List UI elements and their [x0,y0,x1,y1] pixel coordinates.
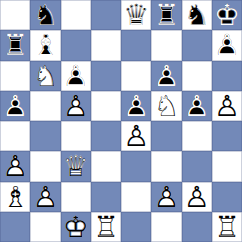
square-c1[interactable]: ♚♔ [61,212,91,242]
square-f4[interactable] [151,121,181,151]
piece-glyph-fill: ♝ [30,30,60,60]
white-pawn[interactable]: ♟♙ [0,151,30,181]
square-b3[interactable] [30,151,60,181]
piece-glyph-outline: ♕ [61,151,91,181]
square-f3[interactable] [151,151,181,181]
square-c3[interactable]: ♛♕ [61,151,91,181]
piece-glyph-outline: ♔ [61,212,91,242]
square-g5[interactable]: ♟♙ [182,91,212,121]
square-d8[interactable] [91,0,121,30]
square-c5[interactable]: ♟♙ [61,91,91,121]
piece-glyph-fill: ♞ [30,61,60,91]
white-king[interactable]: ♚♔ [61,212,91,242]
square-e1[interactable] [121,212,151,242]
square-e3[interactable] [121,151,151,181]
piece-glyph-outline: ♘ [151,91,181,121]
square-b8[interactable]: ♞♘ [30,0,60,30]
piece-glyph-fill: ♞ [30,0,60,30]
piece-glyph-fill: ♜ [212,212,242,242]
white-knight[interactable]: ♞♘ [30,61,60,91]
piece-glyph-fill: ♛ [61,151,91,181]
white-knight[interactable]: ♞♘ [151,91,181,121]
square-g8[interactable]: ♞♘ [182,0,212,30]
piece-glyph-fill: ♟ [182,182,212,212]
square-h3[interactable] [212,151,242,181]
black-king[interactable]: ♚♔ [212,0,242,30]
piece-glyph-fill: ♜ [91,212,121,242]
square-e7[interactable] [121,30,151,60]
square-a6[interactable] [0,61,30,91]
piece-glyph-fill: ♟ [0,151,30,181]
square-h6[interactable] [212,61,242,91]
piece-glyph-outline: ♙ [212,30,242,60]
square-d5[interactable] [91,91,121,121]
white-pawn[interactable]: ♟♙ [151,182,181,212]
black-queen[interactable]: ♛♕ [121,0,151,30]
piece-glyph-fill: ♟ [121,91,151,121]
black-pawn[interactable]: ♟♙ [0,91,30,121]
square-d4[interactable] [91,121,121,151]
piece-glyph-outline: ♕ [121,0,151,30]
piece-glyph-outline: ♙ [61,61,91,91]
square-h5[interactable]: ♟♙ [212,91,242,121]
piece-glyph-fill: ♟ [61,61,91,91]
chess-board: ♞♘♛♕♜♖♞♘♚♔♜♖♝♗♟♙♞♘♟♙♟♙♟♙♟♙♟♙♞♘♟♙♟♙♟♙♟♙♛♕… [0,0,242,242]
square-b7[interactable]: ♝♗ [30,30,60,60]
white-pawn[interactable]: ♟♙ [121,121,151,151]
square-g3[interactable] [182,151,212,181]
square-b4[interactable] [30,121,60,151]
square-g6[interactable] [182,61,212,91]
piece-glyph-fill: ♚ [212,0,242,30]
square-c2[interactable] [61,182,91,212]
piece-glyph-outline: ♘ [30,61,60,91]
black-pawn[interactable]: ♟♙ [121,91,151,121]
black-pawn[interactable]: ♟♙ [61,61,91,91]
piece-glyph-outline: ♙ [151,182,181,212]
white-pawn[interactable]: ♟♙ [30,182,60,212]
piece-glyph-outline: ♘ [182,0,212,30]
square-e2[interactable] [121,182,151,212]
piece-glyph-fill: ♟ [151,182,181,212]
piece-glyph-outline: ♙ [182,91,212,121]
white-bishop[interactable]: ♝♗ [0,182,30,212]
piece-glyph-fill: ♛ [121,0,151,30]
square-h8[interactable]: ♚♔ [212,0,242,30]
piece-glyph-outline: ♙ [121,121,151,151]
square-d3[interactable] [91,151,121,181]
piece-glyph-fill: ♟ [30,182,60,212]
square-g7[interactable] [182,30,212,60]
white-pawn[interactable]: ♟♙ [182,182,212,212]
piece-glyph-fill: ♟ [151,61,181,91]
square-b1[interactable] [30,212,60,242]
piece-glyph-fill: ♟ [61,91,91,121]
piece-glyph-outline: ♖ [212,212,242,242]
piece-glyph-outline: ♖ [151,0,181,30]
piece-glyph-fill: ♟ [212,91,242,121]
square-f5[interactable]: ♞♘ [151,91,181,121]
piece-glyph-outline: ♙ [0,151,30,181]
white-rook[interactable]: ♜♖ [91,212,121,242]
black-bishop[interactable]: ♝♗ [30,30,60,60]
piece-glyph-outline: ♘ [30,0,60,30]
piece-glyph-outline: ♙ [121,91,151,121]
square-a4[interactable] [0,121,30,151]
piece-glyph-fill: ♜ [0,30,30,60]
square-h2[interactable] [212,182,242,212]
square-a1[interactable] [0,212,30,242]
square-b2[interactable]: ♟♙ [30,182,60,212]
black-rook[interactable]: ♜♖ [151,0,181,30]
square-c8[interactable] [61,0,91,30]
piece-glyph-fill: ♟ [121,121,151,151]
square-c7[interactable] [61,30,91,60]
square-e8[interactable]: ♛♕ [121,0,151,30]
square-e4[interactable]: ♟♙ [121,121,151,151]
piece-glyph-fill: ♜ [151,0,181,30]
square-f1[interactable] [151,212,181,242]
square-a8[interactable] [0,0,30,30]
piece-glyph-outline: ♖ [0,30,30,60]
piece-glyph-fill: ♞ [151,91,181,121]
piece-glyph-outline: ♗ [30,30,60,60]
square-d6[interactable] [91,61,121,91]
square-a2[interactable]: ♝♗ [0,182,30,212]
piece-glyph-fill: ♚ [61,212,91,242]
square-f8[interactable]: ♜♖ [151,0,181,30]
square-f6[interactable]: ♟♙ [151,61,181,91]
square-a5[interactable]: ♟♙ [0,91,30,121]
white-pawn[interactable]: ♟♙ [61,91,91,121]
square-b5[interactable] [30,91,60,121]
square-h4[interactable] [212,121,242,151]
black-pawn[interactable]: ♟♙ [151,61,181,91]
piece-glyph-fill: ♟ [182,91,212,121]
piece-glyph-fill: ♝ [0,182,30,212]
piece-glyph-outline: ♙ [182,182,212,212]
piece-glyph-outline: ♙ [61,91,91,121]
black-knight[interactable]: ♞♘ [30,0,60,30]
square-e5[interactable]: ♟♙ [121,91,151,121]
square-d2[interactable] [91,182,121,212]
white-pawn[interactable]: ♟♙ [212,91,242,121]
piece-glyph-fill: ♟ [0,91,30,121]
white-rook[interactable]: ♜♖ [212,212,242,242]
piece-glyph-fill: ♞ [182,0,212,30]
piece-glyph-outline: ♙ [30,182,60,212]
black-pawn[interactable]: ♟♙ [212,30,242,60]
piece-glyph-outline: ♙ [0,91,30,121]
square-b6[interactable]: ♞♘ [30,61,60,91]
square-e6[interactable] [121,61,151,91]
piece-glyph-outline: ♙ [151,61,181,91]
square-d7[interactable] [91,30,121,60]
black-rook[interactable]: ♜♖ [0,30,30,60]
white-queen[interactable]: ♛♕ [61,151,91,181]
square-c6[interactable]: ♟♙ [61,61,91,91]
piece-glyph-fill: ♟ [212,30,242,60]
black-pawn[interactable]: ♟♙ [182,91,212,121]
piece-glyph-outline: ♙ [212,91,242,121]
square-a3[interactable]: ♟♙ [0,151,30,181]
square-c4[interactable] [61,121,91,151]
black-knight[interactable]: ♞♘ [182,0,212,30]
piece-glyph-outline: ♖ [91,212,121,242]
square-d1[interactable]: ♜♖ [91,212,121,242]
square-h7[interactable]: ♟♙ [212,30,242,60]
piece-glyph-outline: ♗ [0,182,30,212]
square-h1[interactable]: ♜♖ [212,212,242,242]
square-a7[interactable]: ♜♖ [0,30,30,60]
square-g1[interactable] [182,212,212,242]
square-f7[interactable] [151,30,181,60]
square-g4[interactable] [182,121,212,151]
square-f2[interactable]: ♟♙ [151,182,181,212]
piece-glyph-outline: ♔ [212,0,242,30]
square-g2[interactable]: ♟♙ [182,182,212,212]
